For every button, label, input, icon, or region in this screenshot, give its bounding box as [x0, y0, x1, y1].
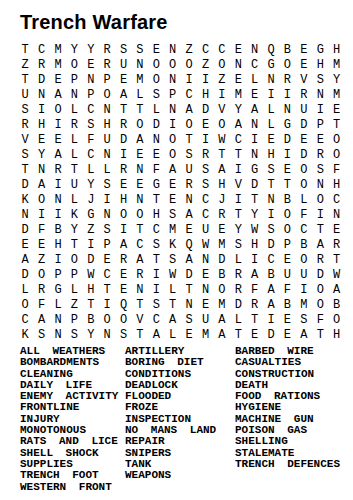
grid-cell-r1c18[interactable]: E — [296, 42, 312, 57]
grid-cell-r8c12[interactable]: R — [197, 147, 213, 162]
grid-cell-r2c15[interactable]: C — [246, 57, 262, 72]
grid-cell-r15c6[interactable]: E — [99, 252, 115, 267]
grid-cell-r1c9[interactable]: E — [148, 42, 164, 57]
grid-cell-r5c16[interactable]: L — [263, 102, 279, 117]
grid-cell-r2c7[interactable]: U — [115, 57, 131, 72]
grid-cell-r1c1[interactable]: T — [17, 42, 33, 57]
grid-cell-r10c9[interactable]: G — [148, 177, 164, 192]
grid-cell-r15c7[interactable]: R — [115, 252, 131, 267]
grid-cell-r20c6[interactable]: N — [99, 327, 115, 342]
grid-cell-r12c8[interactable]: O — [132, 207, 148, 222]
grid-cell-r10c10[interactable]: E — [165, 177, 181, 192]
grid-cell-r12c18[interactable]: F — [296, 207, 312, 222]
grid-cell-r4c2[interactable]: N — [33, 87, 49, 102]
grid-cell-r4c6[interactable]: O — [99, 87, 115, 102]
grid-cell-r5c11[interactable]: A — [181, 102, 197, 117]
grid-cell-r10c8[interactable]: E — [132, 177, 148, 192]
grid-cell-r6c8[interactable]: O — [132, 117, 148, 132]
grid-cell-r11c5[interactable]: J — [83, 192, 99, 207]
grid-cell-r12c12[interactable]: C — [197, 207, 213, 222]
grid-cell-r11c9[interactable]: T — [148, 192, 164, 207]
grid-cell-r4c11[interactable]: C — [181, 87, 197, 102]
grid-cell-r9c8[interactable]: N — [132, 162, 148, 177]
grid-cell-r10c13[interactable]: H — [214, 177, 230, 192]
grid-cell-r18c6[interactable]: I — [99, 297, 115, 312]
grid-cell-r4c16[interactable]: I — [263, 87, 279, 102]
grid-cell-r10c15[interactable]: D — [246, 177, 262, 192]
grid-cell-r10c12[interactable]: S — [197, 177, 213, 192]
grid-cell-r6c3[interactable]: I — [50, 117, 66, 132]
grid-cell-r13c9[interactable]: C — [148, 222, 164, 237]
grid-cell-r11c12[interactable]: C — [197, 192, 213, 207]
grid-cell-r1c12[interactable]: C — [197, 42, 213, 57]
grid-cell-r13c13[interactable]: E — [214, 222, 230, 237]
grid-cell-r19c1[interactable]: C — [17, 312, 33, 327]
grid-cell-r18c9[interactable]: S — [148, 297, 164, 312]
grid-cell-r20c17[interactable]: E — [279, 327, 295, 342]
grid-cell-r2c17[interactable]: O — [279, 57, 295, 72]
grid-cell-r9c16[interactable]: S — [263, 162, 279, 177]
grid-cell-r6c12[interactable]: E — [197, 117, 213, 132]
grid-cell-r18c8[interactable]: T — [132, 297, 148, 312]
grid-cell-r12c16[interactable]: I — [263, 207, 279, 222]
grid-cell-r14c20[interactable]: R — [328, 237, 344, 252]
grid-cell-r15c8[interactable]: A — [132, 252, 148, 267]
grid-cell-r9c11[interactable]: U — [181, 162, 197, 177]
grid-cell-r17c15[interactable]: F — [246, 282, 262, 297]
grid-cell-r7c13[interactable]: W — [214, 132, 230, 147]
grid-cell-r9c5[interactable]: L — [83, 162, 99, 177]
grid-cell-r16c17[interactable]: U — [279, 267, 295, 282]
grid-cell-r20c19[interactable]: T — [312, 327, 328, 342]
grid-cell-r3c6[interactable]: P — [99, 72, 115, 87]
grid-cell-r16c1[interactable]: D — [17, 267, 33, 282]
grid-cell-r6c6[interactable]: H — [99, 117, 115, 132]
grid-cell-r18c14[interactable]: D — [230, 297, 246, 312]
grid-cell-r5c18[interactable]: U — [296, 102, 312, 117]
grid-cell-r5c6[interactable]: N — [99, 102, 115, 117]
grid-cell-r9c18[interactable]: O — [296, 162, 312, 177]
grid-cell-r15c9[interactable]: T — [148, 252, 164, 267]
grid-cell-r16c5[interactable]: W — [83, 267, 99, 282]
grid-cell-r12c11[interactable]: A — [181, 207, 197, 222]
grid-cell-r15c19[interactable]: R — [312, 252, 328, 267]
grid-cell-r11c20[interactable]: C — [328, 192, 344, 207]
grid-cell-r9c20[interactable]: F — [328, 162, 344, 177]
grid-cell-r14c12[interactable]: W — [197, 237, 213, 252]
grid-cell-r17c20[interactable]: A — [328, 282, 344, 297]
grid-cell-r14c7[interactable]: A — [115, 237, 131, 252]
grid-cell-r9c3[interactable]: R — [50, 162, 66, 177]
grid-cell-r17c16[interactable]: A — [263, 282, 279, 297]
grid-cell-r6c5[interactable]: S — [83, 117, 99, 132]
grid-cell-r18c4[interactable]: Z — [66, 297, 82, 312]
grid-cell-r6c7[interactable]: R — [115, 117, 131, 132]
grid-cell-r20c11[interactable]: E — [181, 327, 197, 342]
grid-cell-r1c3[interactable]: M — [50, 42, 66, 57]
grid-cell-r17c3[interactable]: G — [50, 282, 66, 297]
grid-cell-r14c8[interactable]: C — [132, 237, 148, 252]
grid-cell-r17c14[interactable]: R — [230, 282, 246, 297]
grid-cell-r7c18[interactable]: E — [296, 132, 312, 147]
grid-cell-r15c1[interactable]: A — [17, 252, 33, 267]
grid-cell-r14c14[interactable]: S — [230, 237, 246, 252]
grid-cell-r13c20[interactable]: E — [328, 222, 344, 237]
grid-cell-r17c2[interactable]: R — [33, 282, 49, 297]
grid-cell-r3c16[interactable]: N — [263, 72, 279, 87]
grid-cell-r3c14[interactable]: E — [230, 72, 246, 87]
grid-cell-r8c13[interactable]: T — [214, 147, 230, 162]
grid-cell-r7c10[interactable]: O — [165, 132, 181, 147]
grid-cell-r4c10[interactable]: P — [165, 87, 181, 102]
grid-cell-r5c17[interactable]: N — [279, 102, 295, 117]
grid-cell-r17c12[interactable]: N — [197, 282, 213, 297]
grid-cell-r8c6[interactable]: N — [99, 147, 115, 162]
grid-cell-r2c5[interactable]: E — [83, 57, 99, 72]
grid-cell-r5c13[interactable]: V — [214, 102, 230, 117]
grid-cell-r14c10[interactable]: K — [165, 237, 181, 252]
grid-cell-r14c9[interactable]: S — [148, 237, 164, 252]
grid-cell-r3c2[interactable]: D — [33, 72, 49, 87]
grid-cell-r15c2[interactable]: Z — [33, 252, 49, 267]
grid-cell-r1c10[interactable]: N — [165, 42, 181, 57]
grid-cell-r3c7[interactable]: E — [115, 72, 131, 87]
grid-cell-r11c2[interactable]: O — [33, 192, 49, 207]
grid-cell-r19c17[interactable]: E — [279, 312, 295, 327]
grid-cell-r13c8[interactable]: T — [132, 222, 148, 237]
grid-cell-r6c11[interactable]: O — [181, 117, 197, 132]
grid-cell-r4c19[interactable]: N — [312, 87, 328, 102]
grid-cell-r12c5[interactable]: G — [83, 207, 99, 222]
grid-cell-r18c15[interactable]: R — [246, 297, 262, 312]
grid-cell-r20c18[interactable]: A — [296, 327, 312, 342]
grid-cell-r6c17[interactable]: G — [279, 117, 295, 132]
grid-cell-r16c11[interactable]: D — [181, 267, 197, 282]
grid-cell-r18c11[interactable]: N — [181, 297, 197, 312]
grid-cell-r18c19[interactable]: O — [312, 297, 328, 312]
grid-cell-r1c19[interactable]: G — [312, 42, 328, 57]
grid-cell-r10c1[interactable]: D — [17, 177, 33, 192]
grid-cell-r13c3[interactable]: B — [50, 222, 66, 237]
grid-cell-r20c12[interactable]: M — [197, 327, 213, 342]
grid-cell-r4c4[interactable]: N — [66, 87, 82, 102]
grid-cell-r18c17[interactable]: B — [279, 297, 295, 312]
grid-cell-r5c19[interactable]: I — [312, 102, 328, 117]
grid-cell-r7c12[interactable]: I — [197, 132, 213, 147]
grid-cell-r14c1[interactable]: E — [17, 237, 33, 252]
grid-cell-r20c13[interactable]: A — [214, 327, 230, 342]
grid-cell-r19c20[interactable]: O — [328, 312, 344, 327]
grid-cell-r3c5[interactable]: N — [83, 72, 99, 87]
grid-cell-r4c5[interactable]: P — [83, 87, 99, 102]
grid-cell-r15c3[interactable]: I — [50, 252, 66, 267]
grid-cell-r12c19[interactable]: I — [312, 207, 328, 222]
grid-cell-r18c2[interactable]: F — [33, 297, 49, 312]
grid-cell-r12c17[interactable]: O — [279, 207, 295, 222]
grid-cell-r16c2[interactable]: O — [33, 267, 49, 282]
grid-cell-r9c17[interactable]: E — [279, 162, 295, 177]
grid-cell-r17c18[interactable]: I — [296, 282, 312, 297]
grid-cell-r10c7[interactable]: E — [115, 177, 131, 192]
grid-cell-r7c17[interactable]: D — [279, 132, 295, 147]
grid-cell-r7c15[interactable]: I — [246, 132, 262, 147]
grid-cell-r16c9[interactable]: I — [148, 267, 164, 282]
grid-cell-r3c8[interactable]: M — [132, 72, 148, 87]
grid-cell-r6c4[interactable]: R — [66, 117, 82, 132]
grid-cell-r12c4[interactable]: K — [66, 207, 82, 222]
grid-cell-r11c13[interactable]: J — [214, 192, 230, 207]
grid-cell-r4c15[interactable]: E — [246, 87, 262, 102]
grid-cell-r6c19[interactable]: P — [312, 117, 328, 132]
grid-cell-r17c10[interactable]: L — [165, 282, 181, 297]
grid-cell-r13c6[interactable]: S — [99, 222, 115, 237]
grid-cell-r19c3[interactable]: N — [50, 312, 66, 327]
grid-cell-r18c16[interactable]: A — [263, 297, 279, 312]
grid-cell-r9c14[interactable]: I — [230, 162, 246, 177]
grid-cell-r8c8[interactable]: E — [132, 147, 148, 162]
grid-cell-r7c20[interactable]: O — [328, 132, 344, 147]
grid-cell-r17c5[interactable]: H — [83, 282, 99, 297]
grid-cell-r8c18[interactable]: D — [296, 147, 312, 162]
grid-cell-r7c2[interactable]: E — [33, 132, 49, 147]
grid-cell-r18c20[interactable]: B — [328, 297, 344, 312]
grid-cell-r5c10[interactable]: N — [165, 102, 181, 117]
grid-cell-r10c20[interactable]: H — [328, 177, 344, 192]
grid-cell-r18c7[interactable]: Q — [115, 297, 131, 312]
grid-cell-r7c8[interactable]: A — [132, 132, 148, 147]
grid-cell-r19c15[interactable]: T — [246, 312, 262, 327]
grid-cell-r15c20[interactable]: T — [328, 252, 344, 267]
grid-cell-r2c18[interactable]: E — [296, 57, 312, 72]
grid-cell-r3c18[interactable]: V — [296, 72, 312, 87]
grid-cell-r9c1[interactable]: T — [17, 162, 33, 177]
grid-cell-r6c2[interactable]: H — [33, 117, 49, 132]
grid-cell-r4c12[interactable]: H — [197, 87, 213, 102]
grid-cell-r18c13[interactable]: M — [214, 297, 230, 312]
grid-cell-r16c15[interactable]: A — [246, 267, 262, 282]
grid-cell-r12c13[interactable]: R — [214, 207, 230, 222]
grid-cell-r9c12[interactable]: S — [197, 162, 213, 177]
grid-cell-r10c3[interactable]: I — [50, 177, 66, 192]
grid-cell-r9c10[interactable]: A — [165, 162, 181, 177]
grid-cell-r5c12[interactable]: D — [197, 102, 213, 117]
grid-cell-r2c11[interactable]: O — [181, 57, 197, 72]
grid-cell-r8c9[interactable]: E — [148, 147, 164, 162]
grid-cell-r19c18[interactable]: S — [296, 312, 312, 327]
grid-cell-r3c10[interactable]: N — [165, 72, 181, 87]
grid-cell-r19c19[interactable]: F — [312, 312, 328, 327]
grid-cell-r20c1[interactable]: K — [17, 327, 33, 342]
grid-cell-r11c19[interactable]: O — [312, 192, 328, 207]
grid-cell-r20c16[interactable]: D — [263, 327, 279, 342]
grid-cell-r3c3[interactable]: E — [50, 72, 66, 87]
grid-cell-r7c19[interactable]: E — [312, 132, 328, 147]
grid-cell-r11c8[interactable]: N — [132, 192, 148, 207]
grid-cell-r14c2[interactable]: E — [33, 237, 49, 252]
grid-cell-r11c3[interactable]: N — [50, 192, 66, 207]
grid-cell-r11c1[interactable]: K — [17, 192, 33, 207]
grid-cell-r20c2[interactable]: S — [33, 327, 49, 342]
grid-cell-r15c15[interactable]: I — [246, 252, 262, 267]
grid-cell-r8c1[interactable]: S — [17, 147, 33, 162]
grid-cell-r5c20[interactable]: E — [328, 102, 344, 117]
grid-cell-r20c5[interactable]: Y — [83, 327, 99, 342]
grid-cell-r5c8[interactable]: T — [132, 102, 148, 117]
grid-cell-r19c12[interactable]: U — [197, 312, 213, 327]
grid-cell-r11c6[interactable]: I — [99, 192, 115, 207]
grid-cell-r3c4[interactable]: P — [66, 72, 82, 87]
grid-cell-r12c9[interactable]: H — [148, 207, 164, 222]
grid-cell-r16c18[interactable]: U — [296, 267, 312, 282]
grid-cell-r10c19[interactable]: N — [312, 177, 328, 192]
grid-cell-r19c14[interactable]: L — [230, 312, 246, 327]
grid-cell-r8c17[interactable]: I — [279, 147, 295, 162]
grid-cell-r13c11[interactable]: E — [181, 222, 197, 237]
grid-cell-r3c9[interactable]: O — [148, 72, 164, 87]
grid-cell-r13c2[interactable]: F — [33, 222, 49, 237]
grid-cell-r13c5[interactable]: Z — [83, 222, 99, 237]
grid-cell-r2c4[interactable]: O — [66, 57, 82, 72]
grid-cell-r5c2[interactable]: I — [33, 102, 49, 117]
grid-cell-r10c14[interactable]: V — [230, 177, 246, 192]
grid-cell-r16c20[interactable]: W — [328, 267, 344, 282]
grid-cell-r13c4[interactable]: Y — [66, 222, 82, 237]
grid-cell-r12c20[interactable]: N — [328, 207, 344, 222]
grid-cell-r12c7[interactable]: O — [115, 207, 131, 222]
grid-cell-r20c7[interactable]: S — [115, 327, 131, 342]
grid-cell-r12c3[interactable]: I — [50, 207, 66, 222]
grid-cell-r13c10[interactable]: M — [165, 222, 181, 237]
grid-cell-r20c4[interactable]: S — [66, 327, 82, 342]
grid-cell-r4c20[interactable]: M — [328, 87, 344, 102]
grid-cell-r5c1[interactable]: S — [17, 102, 33, 117]
grid-cell-r15c4[interactable]: O — [66, 252, 82, 267]
grid-cell-r10c16[interactable]: T — [263, 177, 279, 192]
grid-cell-r7c16[interactable]: E — [263, 132, 279, 147]
grid-cell-r2c20[interactable]: M — [328, 57, 344, 72]
grid-cell-r8c3[interactable]: A — [50, 147, 66, 162]
grid-cell-r6c16[interactable]: L — [263, 117, 279, 132]
grid-cell-r1c15[interactable]: N — [246, 42, 262, 57]
grid-cell-r13c7[interactable]: I — [115, 222, 131, 237]
grid-cell-r5c15[interactable]: A — [246, 102, 262, 117]
grid-cell-r19c6[interactable]: O — [99, 312, 115, 327]
grid-cell-r14c15[interactable]: H — [246, 237, 262, 252]
grid-cell-r17c13[interactable]: O — [214, 282, 230, 297]
grid-cell-r10c6[interactable]: S — [99, 177, 115, 192]
grid-cell-r18c3[interactable]: L — [50, 297, 66, 312]
grid-cell-r16c7[interactable]: E — [115, 267, 131, 282]
grid-cell-r1c5[interactable]: Y — [83, 42, 99, 57]
grid-cell-r19c7[interactable]: O — [115, 312, 131, 327]
grid-cell-r5c9[interactable]: L — [148, 102, 164, 117]
grid-cell-r4c13[interactable]: I — [214, 87, 230, 102]
grid-cell-r13c12[interactable]: U — [197, 222, 213, 237]
grid-cell-r14c19[interactable]: A — [312, 237, 328, 252]
grid-cell-r8c5[interactable]: C — [83, 147, 99, 162]
grid-cell-r11c10[interactable]: E — [165, 192, 181, 207]
grid-cell-r3c20[interactable]: Y — [328, 72, 344, 87]
grid-cell-r16c4[interactable]: P — [66, 267, 82, 282]
grid-cell-r3c15[interactable]: L — [246, 72, 262, 87]
grid-cell-r8c16[interactable]: H — [263, 147, 279, 162]
grid-cell-r2c13[interactable]: O — [214, 57, 230, 72]
grid-cell-r19c9[interactable]: C — [148, 312, 164, 327]
grid-cell-r11c17[interactable]: B — [279, 192, 295, 207]
grid-cell-r1c14[interactable]: E — [230, 42, 246, 57]
grid-cell-r4c14[interactable]: M — [230, 87, 246, 102]
grid-cell-r2c1[interactable]: Z — [17, 57, 33, 72]
grid-cell-r2c16[interactable]: G — [263, 57, 279, 72]
grid-cell-r10c17[interactable]: T — [279, 177, 295, 192]
grid-cell-r8c7[interactable]: I — [115, 147, 131, 162]
grid-cell-r11c18[interactable]: L — [296, 192, 312, 207]
grid-cell-r3c17[interactable]: R — [279, 72, 295, 87]
grid-cell-r12c14[interactable]: T — [230, 207, 246, 222]
grid-cell-r3c12[interactable]: I — [197, 72, 213, 87]
grid-cell-r19c8[interactable]: V — [132, 312, 148, 327]
grid-cell-r2c14[interactable]: N — [230, 57, 246, 72]
grid-cell-r15c18[interactable]: O — [296, 252, 312, 267]
grid-cell-r18c12[interactable]: E — [197, 297, 213, 312]
grid-cell-r11c15[interactable]: T — [246, 192, 262, 207]
grid-cell-r6c1[interactable]: R — [17, 117, 33, 132]
grid-cell-r11c14[interactable]: I — [230, 192, 246, 207]
grid-cell-r12c1[interactable]: N — [17, 207, 33, 222]
grid-cell-r11c16[interactable]: N — [263, 192, 279, 207]
grid-cell-r19c10[interactable]: A — [165, 312, 181, 327]
grid-cell-r7c6[interactable]: U — [99, 132, 115, 147]
grid-cell-r15c10[interactable]: S — [165, 252, 181, 267]
grid-cell-r1c8[interactable]: S — [132, 42, 148, 57]
grid-cell-r14c11[interactable]: Q — [181, 237, 197, 252]
grid-cell-r20c9[interactable]: A — [148, 327, 164, 342]
grid-cell-r19c16[interactable]: I — [263, 312, 279, 327]
grid-cell-r20c3[interactable]: N — [50, 327, 66, 342]
grid-cell-r3c19[interactable]: S — [312, 72, 328, 87]
grid-cell-r16c8[interactable]: R — [132, 267, 148, 282]
grid-cell-r1c17[interactable]: B — [279, 42, 295, 57]
grid-cell-r4c7[interactable]: A — [115, 87, 131, 102]
grid-cell-r4c8[interactable]: L — [132, 87, 148, 102]
grid-cell-r15c14[interactable]: L — [230, 252, 246, 267]
grid-cell-r16c13[interactable]: B — [214, 267, 230, 282]
grid-cell-r17c1[interactable]: L — [17, 282, 33, 297]
grid-cell-r13c19[interactable]: T — [312, 222, 328, 237]
grid-cell-r2c12[interactable]: Z — [197, 57, 213, 72]
grid-cell-r7c9[interactable]: N — [148, 132, 164, 147]
grid-cell-r7c14[interactable]: C — [230, 132, 246, 147]
grid-cell-r17c7[interactable]: E — [115, 282, 131, 297]
grid-cell-r14c16[interactable]: D — [263, 237, 279, 252]
grid-cell-r9c6[interactable]: L — [99, 162, 115, 177]
grid-cell-r17c19[interactable]: O — [312, 282, 328, 297]
grid-cell-r3c11[interactable]: I — [181, 72, 197, 87]
grid-cell-r18c10[interactable]: T — [165, 297, 181, 312]
grid-cell-r5c14[interactable]: Y — [230, 102, 246, 117]
grid-cell-r17c8[interactable]: N — [132, 282, 148, 297]
grid-cell-r19c11[interactable]: S — [181, 312, 197, 327]
grid-cell-r2c19[interactable]: H — [312, 57, 328, 72]
grid-cell-r16c16[interactable]: B — [263, 267, 279, 282]
grid-cell-r16c14[interactable]: R — [230, 267, 246, 282]
grid-cell-r7c4[interactable]: L — [66, 132, 82, 147]
grid-cell-r19c2[interactable]: A — [33, 312, 49, 327]
grid-cell-r1c13[interactable]: C — [214, 42, 230, 57]
grid-cell-r4c3[interactable]: A — [50, 87, 66, 102]
grid-cell-r6c18[interactable]: D — [296, 117, 312, 132]
grid-cell-r6c9[interactable]: D — [148, 117, 164, 132]
